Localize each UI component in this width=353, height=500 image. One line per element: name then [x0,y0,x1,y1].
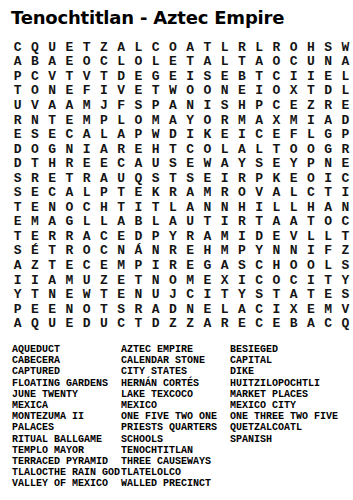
grid-cell-r6c9[interactable]: M [147,113,164,128]
grid-cell-r20c3[interactable]: U [44,316,61,331]
grid-cell-r14c1[interactable]: T [9,229,26,244]
grid-cell-r11c11[interactable]: A [182,185,199,200]
grid-cell-r16c11[interactable]: E [182,258,199,273]
grid-cell-r7c5[interactable]: A [78,127,95,142]
grid-cell-r15c4[interactable]: R [61,244,78,259]
grid-cell-r17c7[interactable]: E [113,273,130,288]
grid-cell-r1c16[interactable]: R [268,40,285,55]
grid-cell-r14c12[interactable]: A [199,229,216,244]
grid-cell-r5c10[interactable]: A [164,98,181,113]
grid-cell-r16c18[interactable]: O [302,258,319,273]
grid-cell-r7c3[interactable]: E [44,127,61,142]
grid-cell-r6c14[interactable]: M [233,113,250,128]
grid-cell-r16c2[interactable]: Z [26,258,43,273]
grid-cell-r16c14[interactable]: S [233,258,250,273]
grid-cell-r11c1[interactable]: S [9,185,26,200]
grid-cell-r6c18[interactable]: I [302,113,319,128]
grid-cell-r18c20[interactable]: S [337,287,353,302]
grid-cell-r8c16[interactable]: T [268,142,285,157]
grid-cell-r5c4[interactable]: A [61,98,78,113]
grid-cell-r3c14[interactable]: B [233,69,250,84]
grid-cell-r14c8[interactable]: D [130,229,147,244]
grid-cell-r11c7[interactable]: T [113,185,130,200]
grid-cell-r6c1[interactable]: R [9,113,26,128]
grid-cell-r10c19[interactable]: I [320,171,337,186]
grid-cell-r9c4[interactable]: R [61,156,78,171]
grid-cell-r8c15[interactable]: L [251,142,268,157]
grid-cell-r11c6[interactable]: P [95,185,112,200]
grid-cell-r14c2[interactable]: E [26,229,43,244]
grid-cell-r4c20[interactable]: L [337,84,353,99]
grid-cell-r13c1[interactable]: E [9,215,26,230]
grid-cell-r10c14[interactable]: R [233,171,250,186]
grid-cell-r12c17[interactable]: L [285,200,302,215]
grid-cell-r19c9[interactable]: A [147,302,164,317]
grid-cell-r5c13[interactable]: S [216,98,233,113]
grid-cell-r16c3[interactable]: T [44,258,61,273]
grid-cell-r3c16[interactable]: C [268,69,285,84]
grid-cell-r16c19[interactable]: L [320,258,337,273]
grid-cell-r18c5[interactable]: W [78,287,95,302]
grid-cell-r14c17[interactable]: V [285,229,302,244]
grid-cell-r4c4[interactable]: E [61,84,78,99]
grid-cell-r19c3[interactable]: E [44,302,61,317]
grid-cell-r12c5[interactable]: C [78,200,95,215]
grid-cell-r3c10[interactable]: E [164,69,181,84]
grid-cell-r16c16[interactable]: H [268,258,285,273]
grid-cell-r15c19[interactable]: F [320,244,337,259]
grid-cell-r2c1[interactable]: A [9,55,26,70]
grid-cell-r20c9[interactable]: D [147,316,164,331]
grid-cell-r14c7[interactable]: E [113,229,130,244]
grid-cell-r3c8[interactable]: E [130,69,147,84]
grid-cell-r17c1[interactable]: I [9,273,26,288]
grid-cell-r11c4[interactable]: A [61,185,78,200]
grid-cell-r9c3[interactable]: H [44,156,61,171]
grid-cell-r14c9[interactable]: P [147,229,164,244]
grid-cell-r17c4[interactable]: M [61,273,78,288]
grid-cell-r16c7[interactable]: M [113,258,130,273]
grid-cell-r3c19[interactable]: E [320,69,337,84]
grid-cell-r11c9[interactable]: K [147,185,164,200]
grid-cell-r7c13[interactable]: E [216,127,233,142]
grid-cell-r13c20[interactable]: C [337,215,353,230]
grid-cell-r3c13[interactable]: E [216,69,233,84]
grid-cell-r13c16[interactable]: A [268,215,285,230]
grid-cell-r4c9[interactable]: T [147,84,164,99]
grid-cell-r5c5[interactable]: M [78,98,95,113]
grid-cell-r1c7[interactable]: A [113,40,130,55]
grid-cell-r17c3[interactable]: A [44,273,61,288]
grid-cell-r3c3[interactable]: V [44,69,61,84]
grid-cell-r4c1[interactable]: T [9,84,26,99]
grid-cell-r8c11[interactable]: C [182,142,199,157]
grid-cell-r17c19[interactable]: T [320,273,337,288]
grid-cell-r12c6[interactable]: H [95,200,112,215]
grid-cell-r8c9[interactable]: H [147,142,164,157]
grid-cell-r9c19[interactable]: N [320,156,337,171]
grid-cell-r4c12[interactable]: O [199,84,216,99]
grid-cell-r10c11[interactable]: S [182,171,199,186]
grid-cell-r7c20[interactable]: P [337,127,353,142]
grid-cell-r8c4[interactable]: N [61,142,78,157]
grid-cell-r18c2[interactable]: T [26,287,43,302]
grid-cell-r9c11[interactable]: E [182,156,199,171]
grid-cell-r9c8[interactable]: A [130,156,147,171]
grid-cell-r13c2[interactable]: M [26,215,43,230]
grid-cell-r16c9[interactable]: I [147,258,164,273]
grid-cell-r19c10[interactable]: D [164,302,181,317]
grid-cell-r20c14[interactable]: E [233,316,250,331]
grid-cell-r14c11[interactable]: R [182,229,199,244]
grid-cell-r19c16[interactable]: I [268,302,285,317]
grid-cell-r1c14[interactable]: R [233,40,250,55]
grid-cell-r5c6[interactable]: J [95,98,112,113]
grid-cell-r6c17[interactable]: M [285,113,302,128]
grid-cell-r11c10[interactable]: R [164,185,181,200]
grid-cell-r3c20[interactable]: L [337,69,353,84]
grid-cell-r15c5[interactable]: O [78,244,95,259]
grid-cell-r13c11[interactable]: U [182,215,199,230]
grid-cell-r4c19[interactable]: D [320,84,337,99]
grid-cell-r7c6[interactable]: L [95,127,112,142]
grid-cell-r8c10[interactable]: T [164,142,181,157]
grid-cell-r2c20[interactable]: A [337,55,353,70]
grid-cell-r17c13[interactable]: X [216,273,233,288]
grid-cell-r12c15[interactable]: I [251,200,268,215]
grid-cell-r8c2[interactable]: O [26,142,43,157]
grid-cell-r4c5[interactable]: F [78,84,95,99]
grid-cell-r1c15[interactable]: L [251,40,268,55]
grid-cell-r14c5[interactable]: A [78,229,95,244]
grid-cell-r1c2[interactable]: Q [26,40,43,55]
grid-cell-r19c14[interactable]: A [233,302,250,317]
grid-cell-r2c11[interactable]: T [182,55,199,70]
grid-cell-r3c2[interactable]: C [26,69,43,84]
grid-cell-r12c7[interactable]: T [113,200,130,215]
grid-cell-r7c19[interactable]: G [320,127,337,142]
grid-cell-r3c4[interactable]: T [61,69,78,84]
grid-cell-r11c2[interactable]: E [26,185,43,200]
grid-cell-r9c10[interactable]: S [164,156,181,171]
grid-cell-r9c14[interactable]: Y [233,156,250,171]
grid-cell-r17c15[interactable]: C [251,273,268,288]
grid-cell-r3c12[interactable]: S [199,69,216,84]
grid-cell-r19c15[interactable]: C [251,302,268,317]
grid-cell-r5c16[interactable]: C [268,98,285,113]
grid-cell-r13c12[interactable]: T [199,215,216,230]
grid-cell-r7c16[interactable]: E [268,127,285,142]
grid-cell-r10c12[interactable]: E [199,171,216,186]
grid-cell-r9c16[interactable]: E [268,156,285,171]
grid-cell-r20c5[interactable]: D [78,316,95,331]
grid-cell-r8c8[interactable]: E [130,142,147,157]
grid-cell-r5c11[interactable]: N [182,98,199,113]
grid-cell-r15c20[interactable]: Z [337,244,353,259]
grid-cell-r17c5[interactable]: U [78,273,95,288]
grid-cell-r12c10[interactable]: L [164,200,181,215]
grid-cell-r2c18[interactable]: U [302,55,319,70]
grid-cell-r14c6[interactable]: C [95,229,112,244]
grid-cell-r15c8[interactable]: Á [130,244,147,259]
grid-cell-r4c2[interactable]: O [26,84,43,99]
grid-cell-r14c20[interactable]: T [337,229,353,244]
grid-cell-r14c14[interactable]: I [233,229,250,244]
grid-cell-r19c18[interactable]: E [302,302,319,317]
grid-cell-r4c3[interactable]: N [44,84,61,99]
grid-cell-r15c9[interactable]: N [147,244,164,259]
grid-cell-r9c6[interactable]: E [95,156,112,171]
grid-cell-r20c10[interactable]: Z [164,316,181,331]
grid-cell-r10c5[interactable]: R [78,171,95,186]
grid-cell-r7c14[interactable]: I [233,127,250,142]
grid-cell-r10c18[interactable]: O [302,171,319,186]
grid-cell-r2c9[interactable]: L [147,55,164,70]
grid-cell-r20c19[interactable]: C [320,316,337,331]
grid-cell-r5c2[interactable]: V [26,98,43,113]
grid-cell-r18c10[interactable]: J [164,287,181,302]
grid-cell-r14c18[interactable]: L [302,229,319,244]
grid-cell-r17c2[interactable]: I [26,273,43,288]
grid-cell-r17c10[interactable]: O [164,273,181,288]
grid-cell-r10c3[interactable]: E [44,171,61,186]
grid-cell-r13c7[interactable]: A [113,215,130,230]
grid-cell-r8c20[interactable]: R [337,142,353,157]
grid-cell-r3c1[interactable]: P [9,69,26,84]
grid-cell-r19c19[interactable]: M [320,302,337,317]
grid-cell-r20c4[interactable]: E [61,316,78,331]
grid-cell-r2c14[interactable]: T [233,55,250,70]
grid-cell-r14c3[interactable]: R [44,229,61,244]
grid-cell-r8c12[interactable]: O [199,142,216,157]
grid-cell-r7c12[interactable]: K [199,127,216,142]
grid-cell-r13c15[interactable]: T [251,215,268,230]
grid-cell-r18c17[interactable]: A [285,287,302,302]
grid-cell-r9c15[interactable]: S [251,156,268,171]
grid-cell-r19c4[interactable]: N [61,302,78,317]
grid-cell-r10c1[interactable]: S [9,171,26,186]
grid-cell-r15c14[interactable]: P [233,244,250,259]
grid-cell-r16c17[interactable]: O [285,258,302,273]
grid-cell-r14c15[interactable]: D [251,229,268,244]
grid-cell-r1c17[interactable]: O [285,40,302,55]
grid-cell-r12c19[interactable]: A [320,200,337,215]
grid-cell-r2c8[interactable]: O [130,55,147,70]
grid-cell-r6c10[interactable]: A [164,113,181,128]
grid-cell-r1c12[interactable]: T [199,40,216,55]
grid-cell-r6c2[interactable]: N [26,113,43,128]
grid-cell-r15c10[interactable]: R [164,244,181,259]
grid-cell-r1c10[interactable]: O [164,40,181,55]
grid-cell-r15c15[interactable]: Y [251,244,268,259]
grid-cell-r1c8[interactable]: L [130,40,147,55]
grid-cell-r17c20[interactable]: Y [337,273,353,288]
grid-cell-r10c4[interactable]: T [61,171,78,186]
grid-cell-r20c7[interactable]: C [113,316,130,331]
grid-cell-r6c8[interactable]: O [130,113,147,128]
grid-cell-r16c4[interactable]: E [61,258,78,273]
grid-cell-r10c13[interactable]: I [216,171,233,186]
grid-cell-r20c8[interactable]: T [130,316,147,331]
grid-cell-r3c11[interactable]: I [182,69,199,84]
grid-cell-r10c8[interactable]: Q [130,171,147,186]
grid-cell-r2c5[interactable]: O [78,55,95,70]
grid-cell-r1c5[interactable]: T [78,40,95,55]
grid-cell-r7c9[interactable]: W [147,127,164,142]
grid-cell-r15c6[interactable]: C [95,244,112,259]
grid-cell-r16c12[interactable]: G [199,258,216,273]
grid-cell-r15c1[interactable]: S [9,244,26,259]
grid-cell-r4c6[interactable]: I [95,84,112,99]
grid-cell-r1c4[interactable]: E [61,40,78,55]
grid-cell-r10c2[interactable]: R [26,171,43,186]
grid-cell-r9c13[interactable]: A [216,156,233,171]
grid-cell-r7c15[interactable]: C [251,127,268,142]
grid-cell-r16c5[interactable]: C [78,258,95,273]
grid-cell-r5c12[interactable]: I [199,98,216,113]
grid-cell-r10c7[interactable]: U [113,171,130,186]
grid-cell-r18c1[interactable]: Y [9,287,26,302]
grid-cell-r18c14[interactable]: Y [233,287,250,302]
grid-cell-r2c15[interactable]: A [251,55,268,70]
grid-cell-r18c18[interactable]: T [302,287,319,302]
grid-cell-r4c16[interactable]: O [268,84,285,99]
grid-cell-r13c19[interactable]: O [320,215,337,230]
grid-cell-r11c3[interactable]: C [44,185,61,200]
grid-cell-r9c1[interactable]: D [9,156,26,171]
grid-cell-r11c15[interactable]: V [251,185,268,200]
grid-cell-r19c7[interactable]: S [113,302,130,317]
grid-cell-r6c5[interactable]: M [78,113,95,128]
grid-cell-r9c9[interactable]: U [147,156,164,171]
grid-cell-r6c19[interactable]: A [320,113,337,128]
grid-cell-r12c11[interactable]: A [182,200,199,215]
grid-cell-r2c19[interactable]: N [320,55,337,70]
grid-cell-r17c9[interactable]: N [147,273,164,288]
grid-cell-r20c20[interactable]: Q [337,316,353,331]
grid-cell-r4c17[interactable]: X [285,84,302,99]
grid-cell-r12c16[interactable]: L [268,200,285,215]
grid-cell-r16c10[interactable]: R [164,258,181,273]
grid-cell-r11c5[interactable]: L [78,185,95,200]
grid-cell-r2c13[interactable]: L [216,55,233,70]
grid-cell-r2c10[interactable]: E [164,55,181,70]
grid-cell-r19c20[interactable]: V [337,302,353,317]
grid-cell-r19c5[interactable]: O [78,302,95,317]
grid-cell-r5c15[interactable]: P [251,98,268,113]
grid-cell-r1c13[interactable]: L [216,40,233,55]
grid-cell-r19c12[interactable]: E [199,302,216,317]
grid-cell-r12c20[interactable]: N [337,200,353,215]
grid-cell-r9c17[interactable]: Y [285,156,302,171]
grid-cell-r7c2[interactable]: S [26,127,43,142]
grid-cell-r18c13[interactable]: T [216,287,233,302]
grid-cell-r6c3[interactable]: T [44,113,61,128]
grid-cell-r6c4[interactable]: E [61,113,78,128]
grid-cell-r6c13[interactable]: R [216,113,233,128]
grid-cell-r6c11[interactable]: Y [182,113,199,128]
grid-cell-r20c13[interactable]: R [216,316,233,331]
grid-cell-r15c11[interactable]: E [182,244,199,259]
grid-cell-r1c3[interactable]: U [44,40,61,55]
grid-cell-r7c7[interactable]: A [113,127,130,142]
grid-cell-r12c3[interactable]: N [44,200,61,215]
grid-cell-r18c3[interactable]: N [44,287,61,302]
grid-cell-r6c20[interactable]: D [337,113,353,128]
grid-cell-r15c18[interactable]: I [302,244,319,259]
grid-cell-r13c4[interactable]: G [61,215,78,230]
grid-cell-r4c14[interactable]: E [233,84,250,99]
grid-cell-r15c3[interactable]: T [44,244,61,259]
grid-cell-r8c7[interactable]: R [113,142,130,157]
grid-cell-r13c13[interactable]: I [216,215,233,230]
grid-cell-r7c8[interactable]: P [130,127,147,142]
grid-cell-r2c2[interactable]: B [26,55,43,70]
grid-cell-r8c3[interactable]: G [44,142,61,157]
grid-cell-r13c6[interactable]: L [95,215,112,230]
grid-cell-r12c9[interactable]: T [147,200,164,215]
grid-cell-r14c13[interactable]: M [216,229,233,244]
grid-cell-r18c19[interactable]: E [320,287,337,302]
grid-cell-r1c9[interactable]: C [147,40,164,55]
grid-cell-r4c18[interactable]: T [302,84,319,99]
grid-cell-r4c11[interactable]: O [182,84,199,99]
grid-cell-r19c8[interactable]: R [130,302,147,317]
grid-cell-r13c3[interactable]: A [44,215,61,230]
grid-cell-r15c16[interactable]: N [268,244,285,259]
grid-cell-r4c8[interactable]: E [130,84,147,99]
grid-cell-r16c20[interactable]: S [337,258,353,273]
grid-cell-r10c17[interactable]: E [285,171,302,186]
grid-cell-r15c13[interactable]: M [216,244,233,259]
grid-cell-r17c17[interactable]: C [285,273,302,288]
grid-cell-r18c4[interactable]: E [61,287,78,302]
grid-cell-r2c16[interactable]: O [268,55,285,70]
grid-cell-r20c17[interactable]: B [285,316,302,331]
grid-cell-r20c6[interactable]: U [95,316,112,331]
grid-cell-r9c20[interactable]: E [337,156,353,171]
grid-cell-r18c16[interactable]: T [268,287,285,302]
grid-cell-r3c5[interactable]: V [78,69,95,84]
grid-cell-r9c18[interactable]: P [302,156,319,171]
grid-cell-r19c17[interactable]: X [285,302,302,317]
grid-cell-r16c6[interactable]: E [95,258,112,273]
grid-cell-r15c2[interactable]: É [26,244,43,259]
grid-cell-r5c9[interactable]: P [147,98,164,113]
grid-cell-r3c18[interactable]: I [302,69,319,84]
grid-cell-r9c5[interactable]: E [78,156,95,171]
grid-cell-r19c2[interactable]: E [26,302,43,317]
grid-cell-r11c19[interactable]: T [320,185,337,200]
grid-cell-r8c14[interactable]: A [233,142,250,157]
grid-cell-r10c9[interactable]: S [147,171,164,186]
grid-cell-r4c15[interactable]: I [251,84,268,99]
grid-cell-r10c20[interactable]: C [337,171,353,186]
grid-cell-r11c13[interactable]: R [216,185,233,200]
grid-cell-r11c14[interactable]: O [233,185,250,200]
grid-cell-r12c8[interactable]: I [130,200,147,215]
grid-cell-r11c8[interactable]: E [130,185,147,200]
grid-cell-r1c19[interactable]: S [320,40,337,55]
grid-cell-r14c19[interactable]: L [320,229,337,244]
grid-cell-r1c6[interactable]: Z [95,40,112,55]
grid-cell-r1c11[interactable]: A [182,40,199,55]
grid-cell-r13c10[interactable]: A [164,215,181,230]
grid-cell-r6c12[interactable]: O [199,113,216,128]
grid-cell-r3c7[interactable]: D [113,69,130,84]
grid-cell-r12c4[interactable]: O [61,200,78,215]
grid-cell-r18c12[interactable]: I [199,287,216,302]
